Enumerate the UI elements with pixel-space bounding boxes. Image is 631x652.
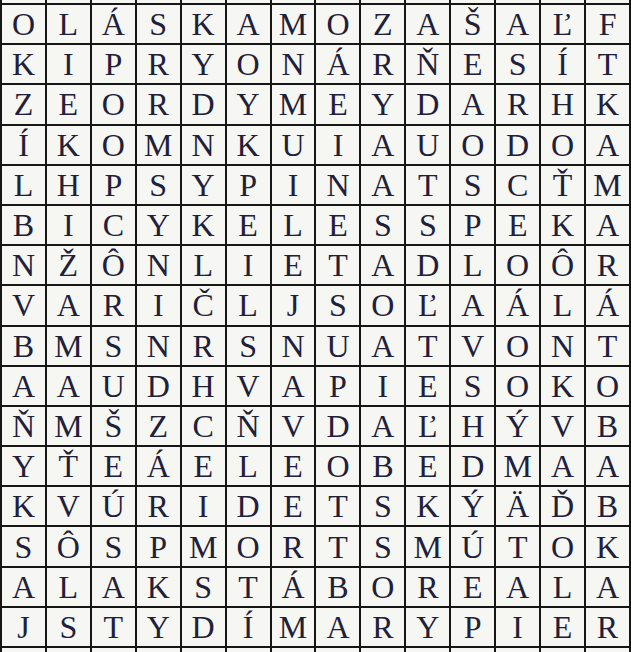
grid-cell[interactable]: T — [227, 568, 270, 606]
grid-cell[interactable]: M — [406, 527, 449, 565]
grid-cell[interactable]: Á — [586, 286, 629, 324]
grid-cell[interactable]: C — [496, 166, 539, 204]
grid-cell[interactable]: L — [2, 166, 45, 204]
grid-cell[interactable]: P — [451, 206, 494, 244]
grid-cell[interactable]: S — [47, 608, 90, 646]
grid-cell[interactable]: Ú — [92, 487, 135, 525]
grid-cell[interactable]: S — [451, 166, 494, 204]
cell-letter: O — [506, 330, 529, 362]
cell-letter: E — [553, 611, 573, 643]
grid-cell[interactable]: R — [92, 286, 135, 324]
cell-letter: M — [503, 450, 531, 482]
cell-letter: A — [12, 370, 35, 402]
grid-cell[interactable]: Y — [361, 85, 404, 123]
grid-cell[interactable]: D — [406, 85, 449, 123]
cell-letter: P — [104, 48, 122, 80]
grid-cell[interactable]: N — [137, 246, 180, 284]
grid-cell[interactable]: A — [2, 568, 45, 606]
cell-letter: E — [283, 450, 303, 482]
grid-cell[interactable]: I — [227, 246, 270, 284]
grid-cell[interactable]: R — [272, 527, 315, 565]
grid-cell[interactable]: F — [586, 5, 629, 43]
grid-cell[interactable]: T — [92, 608, 135, 646]
grid-cell[interactable]: M — [137, 126, 180, 164]
grid-cell[interactable]: B — [361, 447, 404, 485]
grid-cell[interactable]: D — [137, 367, 180, 405]
cell-letter: D — [416, 249, 439, 281]
grid-cell[interactable]: I — [316, 126, 359, 164]
grid-cell[interactable]: K — [137, 568, 180, 606]
grid-cell[interactable]: O — [541, 126, 584, 164]
grid-cell[interactable]: A — [496, 568, 539, 606]
grid-cell[interactable]: Z — [137, 407, 180, 445]
grid-cell[interactable]: Á — [137, 447, 180, 485]
grid-cell[interactable]: P — [316, 367, 359, 405]
grid-cell[interactable]: Ď — [541, 487, 584, 525]
cell-letter: M — [279, 88, 307, 120]
grid-cell[interactable]: D — [316, 407, 359, 445]
grid-cell[interactable]: S — [496, 45, 539, 83]
grid-cell[interactable]: T — [316, 246, 359, 284]
grid-cell[interactable]: K — [182, 206, 225, 244]
grid-cell[interactable]: B — [586, 487, 629, 525]
grid-cell[interactable]: O — [316, 5, 359, 43]
grid-cell[interactable]: S — [92, 327, 135, 365]
grid-cell[interactable]: S — [316, 286, 359, 324]
grid-cell[interactable]: N — [2, 246, 45, 284]
grid-cell[interactable]: Ň — [2, 407, 45, 445]
grid-cell[interactable]: J — [2, 608, 45, 646]
grid-cell[interactable]: P — [451, 608, 494, 646]
grid-cell[interactable]: I — [182, 487, 225, 525]
grid-cell[interactable]: M — [182, 527, 225, 565]
grid-cell[interactable]: E — [541, 608, 584, 646]
cell-letter: A — [461, 88, 484, 120]
cell-letter: T — [104, 611, 124, 643]
grid-cell[interactable]: E — [316, 206, 359, 244]
grid-cell[interactable]: V — [2, 286, 45, 324]
grid-cell[interactable]: Y — [137, 206, 180, 244]
grid-cell[interactable]: V — [451, 327, 494, 365]
grid-cell[interactable]: O — [227, 45, 270, 83]
grid-cell[interactable]: A — [361, 246, 404, 284]
grid-cell[interactable]: M — [272, 608, 315, 646]
grid-cell[interactable]: Z — [361, 5, 404, 43]
letter-grid: OLÁSKAMOZAŠAĽFKIPRYONÁRŇESÍTZEORDYMEYDAR… — [0, 0, 631, 652]
grid-cell[interactable]: E — [406, 447, 449, 485]
grid-cell[interactable]: O — [586, 367, 629, 405]
grid-cell[interactable]: I — [272, 166, 315, 204]
grid-cell[interactable]: H — [451, 407, 494, 445]
grid-cell[interactable]: T — [586, 45, 629, 83]
grid-cell[interactable]: A — [361, 327, 404, 365]
grid-cell[interactable]: M — [47, 407, 90, 445]
grid-cell[interactable]: I — [361, 367, 404, 405]
grid-cell[interactable]: R — [182, 327, 225, 365]
grid-cell[interactable]: U — [92, 367, 135, 405]
grid-cell[interactable]: A — [586, 126, 629, 164]
grid-cell[interactable]: V — [47, 487, 90, 525]
grid-cell[interactable]: T — [406, 327, 449, 365]
grid-cell[interactable]: L — [227, 286, 270, 324]
grid-cell[interactable]: M — [272, 5, 315, 43]
grid-cell[interactable]: L — [541, 568, 584, 606]
grid-cell[interactable]: A — [47, 286, 90, 324]
grid-cell[interactable]: P — [137, 527, 180, 565]
cell-letter: Z — [148, 410, 168, 442]
cell-letter: Ž — [59, 249, 79, 281]
grid-cell[interactable]: Ť — [47, 447, 90, 485]
grid-cell[interactable]: Z — [2, 85, 45, 123]
grid-cell[interactable]: K — [2, 487, 45, 525]
grid-cell[interactable]: R — [586, 246, 629, 284]
grid-cell[interactable]: U — [272, 126, 315, 164]
grid-cell[interactable]: D — [496, 126, 539, 164]
grid-cell[interactable]: S — [182, 568, 225, 606]
grid-cell[interactable]: O — [227, 527, 270, 565]
grid-cell[interactable]: Á — [316, 45, 359, 83]
cell-letter: A — [57, 370, 80, 402]
cell-letter: S — [509, 48, 527, 80]
grid-cell[interactable]: U — [316, 327, 359, 365]
cell-letter: Á — [102, 8, 125, 40]
grid-cell[interactable]: Ľ — [406, 286, 449, 324]
cell-letter: O — [326, 8, 349, 40]
grid-cell[interactable]: A — [586, 568, 629, 606]
grid-cell[interactable]: C — [92, 206, 135, 244]
cell-letter: Y — [371, 88, 394, 120]
cell-letter: A — [416, 8, 439, 40]
grid-cell[interactable]: L — [272, 206, 315, 244]
grid-cell[interactable]: L — [541, 286, 584, 324]
cell-letter: I — [63, 48, 74, 80]
grid-cell[interactable]: O — [541, 527, 584, 565]
cell-letter: L — [463, 249, 483, 281]
grid-cell[interactable]: S — [361, 206, 404, 244]
grid-cell[interactable]: K — [541, 206, 584, 244]
grid-cell[interactable]: V — [272, 407, 315, 445]
cell-letter: H — [192, 370, 215, 402]
grid-cell[interactable]: Í — [2, 126, 45, 164]
grid-cell[interactable]: Č — [182, 286, 225, 324]
partial-cell-bottom — [47, 648, 90, 652]
grid-cell[interactable]: T — [316, 487, 359, 525]
grid-cell[interactable]: A — [406, 5, 449, 43]
grid-cell[interactable]: K — [227, 126, 270, 164]
grid-cell[interactable]: L — [47, 568, 90, 606]
grid-cell[interactable]: D — [182, 608, 225, 646]
cell-letter: P — [104, 169, 122, 201]
grid-cell[interactable]: S — [137, 5, 180, 43]
cell-letter: Í — [243, 611, 254, 643]
grid-cell[interactable]: U — [406, 126, 449, 164]
grid-cell[interactable]: P — [227, 166, 270, 204]
cell-letter: S — [149, 8, 167, 40]
grid-cell[interactable]: P — [92, 45, 135, 83]
grid-cell[interactable]: A — [92, 568, 135, 606]
cell-letter: S — [464, 370, 482, 402]
cell-letter: I — [378, 370, 389, 402]
grid-cell[interactable]: N — [541, 327, 584, 365]
grid-cell[interactable]: O — [92, 85, 135, 123]
grid-cell[interactable]: A — [47, 367, 90, 405]
grid-cell[interactable]: B — [2, 327, 45, 365]
grid-cell[interactable]: V — [541, 407, 584, 445]
grid-cell[interactable]: M — [47, 327, 90, 365]
grid-cell[interactable]: Ú — [451, 527, 494, 565]
cell-letter: Y — [12, 450, 35, 482]
grid-cell[interactable]: K — [406, 487, 449, 525]
grid-cell[interactable]: S — [451, 367, 494, 405]
grid-cell[interactable]: A — [541, 447, 584, 485]
grid-cell[interactable]: E — [496, 206, 539, 244]
grid-cell[interactable]: S — [92, 527, 135, 565]
cell-letter: N — [147, 249, 170, 281]
grid-cell[interactable]: N — [316, 166, 359, 204]
grid-cell[interactable]: Ô — [541, 246, 584, 284]
cell-letter: O — [596, 370, 619, 402]
grid-cell[interactable]: B — [2, 206, 45, 244]
grid-cell[interactable]: K — [586, 85, 629, 123]
grid-cell[interactable]: Á — [92, 5, 135, 43]
cell-letter: O — [461, 129, 484, 161]
grid-cell[interactable]: Ž — [47, 246, 90, 284]
partial-cell-top — [272, 0, 315, 3]
grid-cell[interactable]: M — [586, 166, 629, 204]
grid-cell[interactable]: M — [272, 85, 315, 123]
cell-letter: Ň — [237, 410, 260, 442]
grid-cell[interactable]: R — [137, 45, 180, 83]
cell-letter: R — [282, 531, 303, 563]
grid-cell[interactable]: A — [586, 206, 629, 244]
grid-cell[interactable]: E — [451, 568, 494, 606]
grid-cell[interactable]: O — [496, 327, 539, 365]
grid-cell[interactable]: S — [2, 527, 45, 565]
cell-letter: Ň — [416, 48, 439, 80]
grid-cell[interactable]: P — [92, 166, 135, 204]
grid-cell[interactable]: N — [272, 45, 315, 83]
cell-letter: N — [551, 330, 574, 362]
grid-cell[interactable]: E — [316, 85, 359, 123]
grid-cell[interactable]: Ť — [541, 166, 584, 204]
grid-cell[interactable]: S — [406, 206, 449, 244]
grid-cell[interactable]: T — [496, 527, 539, 565]
grid-cell[interactable]: K — [47, 126, 90, 164]
grid-cell[interactable]: A — [316, 608, 359, 646]
grid-cell[interactable]: E — [451, 45, 494, 83]
grid-cell[interactable]: S — [361, 487, 404, 525]
grid-cell[interactable]: E — [227, 206, 270, 244]
grid-cell[interactable]: O — [92, 126, 135, 164]
grid-cell[interactable]: K — [541, 367, 584, 405]
cell-letter: S — [149, 169, 167, 201]
grid-cell[interactable]: S — [137, 166, 180, 204]
grid-cell[interactable]: I — [47, 206, 90, 244]
grid-cell[interactable]: Y — [406, 608, 449, 646]
grid-cell[interactable]: L — [227, 447, 270, 485]
grid-cell[interactable]: Š — [92, 407, 135, 445]
cell-letter: O — [371, 571, 394, 603]
grid-cell[interactable]: E — [92, 447, 135, 485]
grid-cell[interactable]: Y — [2, 447, 45, 485]
grid-cell[interactable]: D — [182, 85, 225, 123]
grid-cell[interactable]: V — [227, 367, 270, 405]
grid-cell[interactable]: D — [406, 246, 449, 284]
grid-cell[interactable]: C — [182, 407, 225, 445]
grid-cell[interactable]: O — [496, 246, 539, 284]
cell-letter: C — [103, 209, 124, 241]
grid-cell[interactable]: A — [272, 367, 315, 405]
cell-letter: A — [371, 249, 394, 281]
grid-cell[interactable]: Í — [541, 45, 584, 83]
grid-cell[interactable]: R — [496, 85, 539, 123]
grid-cell[interactable]: N — [272, 327, 315, 365]
cell-letter: O — [326, 450, 349, 482]
grid-cell[interactable]: R — [406, 568, 449, 606]
cell-letter: M — [54, 330, 82, 362]
grid-cell[interactable]: K — [586, 527, 629, 565]
grid-cell[interactable]: E — [272, 487, 315, 525]
grid-cell[interactable]: O — [451, 126, 494, 164]
cell-letter: H — [57, 169, 80, 201]
cell-letter: Ť — [59, 450, 79, 482]
grid-cell[interactable]: I — [47, 45, 90, 83]
grid-cell[interactable]: D — [451, 447, 494, 485]
grid-cell[interactable]: Í — [227, 608, 270, 646]
grid-cell[interactable]: O — [361, 286, 404, 324]
grid-cell[interactable]: Ň — [406, 45, 449, 83]
grid-cell[interactable]: K — [182, 5, 225, 43]
cell-letter: T — [418, 330, 438, 362]
grid-cell[interactable]: E — [182, 447, 225, 485]
grid-cell[interactable]: H — [182, 367, 225, 405]
grid-cell[interactable]: Y — [227, 85, 270, 123]
cell-letter: R — [372, 611, 393, 643]
cell-letter: K — [192, 8, 215, 40]
grid-cell[interactable]: A — [451, 85, 494, 123]
cell-letter: A — [461, 289, 484, 321]
grid-cell[interactable]: H — [47, 166, 90, 204]
cell-letter: Ú — [102, 490, 125, 522]
grid-cell[interactable]: Š — [451, 5, 494, 43]
grid-cell[interactable]: R — [137, 85, 180, 123]
grid-cell[interactable]: A — [227, 5, 270, 43]
cell-letter: L — [59, 571, 79, 603]
grid-cell[interactable]: D — [227, 487, 270, 525]
grid-cell[interactable]: R — [137, 487, 180, 525]
grid-cell[interactable]: I — [137, 286, 180, 324]
partial-cell-bottom — [316, 648, 359, 652]
grid-cell[interactable]: T — [316, 527, 359, 565]
partial-cell-bottom — [182, 648, 225, 652]
grid-cell[interactable]: Y — [137, 608, 180, 646]
cell-letter: R — [597, 249, 618, 281]
cell-letter: J — [287, 289, 299, 321]
cell-letter: L — [238, 450, 258, 482]
grid-cell[interactable]: Ô — [47, 527, 90, 565]
cell-letter: E — [418, 370, 438, 402]
grid-cell[interactable]: Y — [182, 166, 225, 204]
grid-cell[interactable]: A — [2, 367, 45, 405]
grid-cell[interactable]: R — [361, 45, 404, 83]
grid-cell[interactable]: R — [361, 608, 404, 646]
cell-letter: E — [283, 249, 303, 281]
cell-letter: Á — [506, 289, 529, 321]
grid-cell[interactable]: O — [316, 447, 359, 485]
grid-cell[interactable]: Ô — [92, 246, 135, 284]
grid-cell[interactable]: N — [182, 126, 225, 164]
cell-letter: E — [508, 209, 528, 241]
cell-letter: A — [506, 571, 529, 603]
cell-letter: A — [596, 450, 619, 482]
grid-cell[interactable]: Ň — [227, 407, 270, 445]
grid-cell[interactable]: E — [272, 447, 315, 485]
cell-letter: O — [237, 48, 260, 80]
cell-letter: E — [463, 48, 483, 80]
grid-cell[interactable]: A — [361, 126, 404, 164]
grid-cell[interactable]: A — [586, 447, 629, 485]
grid-cell[interactable]: Á — [496, 286, 539, 324]
cell-letter: Á — [326, 48, 349, 80]
grid-cell[interactable]: B — [586, 407, 629, 445]
grid-cell[interactable]: O — [361, 568, 404, 606]
grid-cell[interactable]: Y — [182, 45, 225, 83]
cell-letter: O — [551, 129, 574, 161]
grid-cell[interactable]: H — [541, 85, 584, 123]
cell-letter: T — [508, 531, 528, 563]
grid-cell[interactable]: S — [227, 327, 270, 365]
cell-letter: Á — [596, 289, 619, 321]
grid-cell[interactable]: Ý — [451, 487, 494, 525]
cell-letter: I — [198, 490, 209, 522]
grid-cell[interactable]: E — [406, 367, 449, 405]
grid-cell[interactable]: I — [496, 608, 539, 646]
grid-cell[interactable]: E — [47, 85, 90, 123]
grid-cell[interactable]: O — [496, 367, 539, 405]
grid-cell[interactable]: L — [451, 246, 494, 284]
grid-cell[interactable]: K — [2, 45, 45, 83]
grid-cell[interactable]: B — [316, 568, 359, 606]
grid-cell[interactable]: J — [272, 286, 315, 324]
cell-letter: L — [193, 249, 213, 281]
grid-cell[interactable]: S — [361, 527, 404, 565]
grid-cell[interactable]: Ľ — [406, 407, 449, 445]
grid-cell[interactable]: A — [451, 286, 494, 324]
grid-cell[interactable]: Ý — [496, 407, 539, 445]
grid-cell[interactable]: T — [406, 166, 449, 204]
cell-letter: A — [371, 169, 394, 201]
grid-cell[interactable]: M — [496, 447, 539, 485]
grid-cell[interactable]: L — [47, 5, 90, 43]
partial-cell-top — [47, 0, 90, 3]
grid-cell[interactable]: R — [586, 608, 629, 646]
grid-cell[interactable]: A — [496, 5, 539, 43]
partial-cell-bottom — [272, 648, 315, 652]
cell-letter: E — [193, 450, 213, 482]
grid-cell[interactable]: Ľ — [541, 5, 584, 43]
grid-cell[interactable]: A — [361, 407, 404, 445]
cell-letter: N — [12, 249, 35, 281]
grid-cell[interactable]: L — [182, 246, 225, 284]
grid-cell[interactable]: Á — [272, 568, 315, 606]
grid-cell[interactable]: E — [272, 246, 315, 284]
grid-cell[interactable]: T — [586, 327, 629, 365]
grid-cell[interactable]: Ä — [496, 487, 539, 525]
grid-cell[interactable]: N — [137, 327, 180, 365]
cell-letter: K — [192, 209, 215, 241]
grid-cell[interactable]: A — [361, 166, 404, 204]
grid-cell[interactable]: O — [2, 5, 45, 43]
